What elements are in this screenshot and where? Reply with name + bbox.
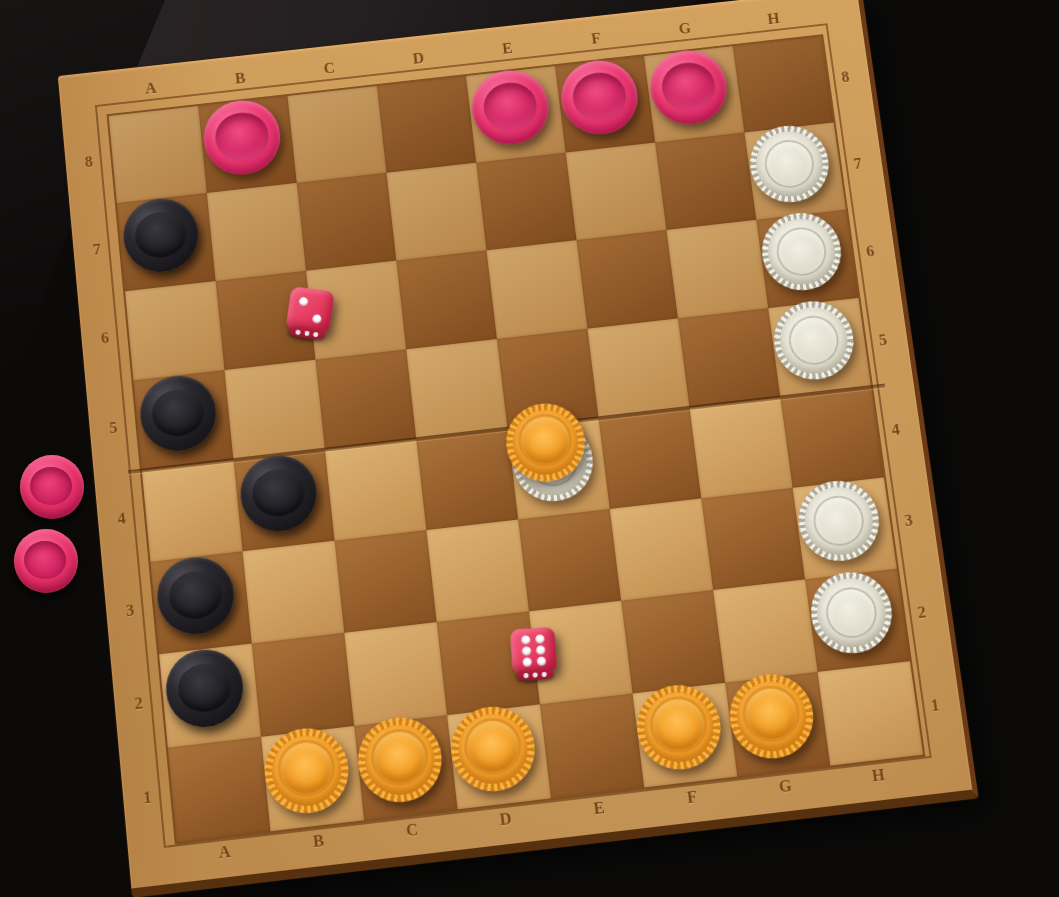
square-g5[interactable] bbox=[678, 308, 780, 408]
square-b8[interactable] bbox=[198, 96, 297, 193]
rank-label-2: 2 bbox=[111, 654, 168, 753]
offboard-pink-checker-1[interactable] bbox=[20, 455, 84, 519]
square-d8[interactable] bbox=[377, 76, 476, 173]
square-d2[interactable] bbox=[437, 611, 540, 715]
square-b2[interactable] bbox=[252, 633, 354, 737]
rank-label-5: 5 bbox=[86, 380, 142, 476]
square-f5[interactable] bbox=[587, 318, 689, 418]
square-a3[interactable] bbox=[150, 551, 251, 654]
square-h1[interactable] bbox=[818, 661, 924, 765]
square-d1[interactable] bbox=[447, 704, 551, 809]
rank-label-3: 3 bbox=[102, 562, 159, 660]
square-a4[interactable] bbox=[142, 460, 243, 562]
square-c6[interactable] bbox=[306, 261, 406, 360]
square-e2[interactable] bbox=[529, 601, 633, 705]
square-h3[interactable] bbox=[793, 477, 897, 579]
rank-label-4: 4 bbox=[94, 471, 150, 568]
square-c4[interactable] bbox=[325, 439, 426, 540]
board-grid bbox=[109, 36, 923, 842]
square-c7[interactable] bbox=[297, 173, 397, 271]
square-g1[interactable] bbox=[725, 672, 830, 777]
square-d4[interactable] bbox=[416, 429, 518, 530]
square-a2[interactable] bbox=[159, 644, 261, 748]
scene: ABCDEFGH ABCDEFGH 87654321 87654321 bbox=[0, 0, 1059, 897]
checker-white-h2[interactable] bbox=[806, 568, 897, 658]
checker-black-a5[interactable] bbox=[137, 372, 220, 455]
square-g7[interactable] bbox=[655, 132, 756, 229]
square-c3[interactable] bbox=[335, 530, 437, 633]
square-d3[interactable] bbox=[426, 520, 529, 623]
checker-orange-f1[interactable] bbox=[632, 681, 725, 774]
square-b1[interactable] bbox=[261, 726, 364, 831]
square-e8[interactable] bbox=[466, 66, 566, 163]
square-d5[interactable] bbox=[406, 339, 507, 439]
rank-label-6: 6 bbox=[78, 291, 134, 386]
square-d7[interactable] bbox=[387, 163, 487, 261]
offboard-pink-checker-2[interactable] bbox=[14, 529, 78, 593]
square-d6[interactable] bbox=[396, 250, 497, 349]
square-a7[interactable] bbox=[117, 193, 216, 291]
checker-white-h7[interactable] bbox=[745, 122, 833, 207]
square-f1[interactable] bbox=[633, 683, 738, 788]
square-b6[interactable] bbox=[216, 271, 316, 370]
square-c2[interactable] bbox=[344, 622, 447, 726]
board-surface: ABCDEFGH ABCDEFGH 87654321 87654321 bbox=[58, 0, 979, 897]
rank-label-1: 1 bbox=[119, 748, 177, 848]
square-f2[interactable] bbox=[621, 590, 725, 693]
square-g6[interactable] bbox=[666, 220, 768, 319]
rank-label-8: 8 bbox=[62, 116, 117, 208]
checker-white-h5[interactable] bbox=[769, 297, 858, 384]
square-g2[interactable] bbox=[713, 579, 817, 682]
checker-orange-b1[interactable] bbox=[261, 724, 353, 818]
square-b4[interactable] bbox=[233, 450, 334, 552]
square-g3[interactable] bbox=[701, 488, 805, 590]
square-f3[interactable] bbox=[610, 498, 713, 600]
square-a8[interactable] bbox=[109, 106, 207, 203]
square-c1[interactable] bbox=[354, 715, 457, 820]
checker-pink-f8[interactable] bbox=[557, 57, 642, 139]
square-f4[interactable] bbox=[599, 408, 702, 509]
game-board: ABCDEFGH ABCDEFGH 87654321 87654321 bbox=[58, 0, 980, 897]
checker-orange-c1[interactable] bbox=[354, 713, 446, 807]
checker-white-h6[interactable] bbox=[757, 209, 846, 295]
checker-pink-e8[interactable] bbox=[468, 67, 552, 149]
checker-black-a3[interactable] bbox=[154, 553, 238, 638]
checker-orange-d1[interactable] bbox=[447, 702, 540, 796]
square-h7[interactable] bbox=[744, 122, 846, 219]
square-b7[interactable] bbox=[207, 183, 306, 281]
square-c5[interactable] bbox=[315, 349, 416, 449]
square-b5[interactable] bbox=[224, 360, 324, 460]
checker-pink-b8[interactable] bbox=[200, 96, 284, 178]
square-h4[interactable] bbox=[780, 387, 884, 488]
square-g4[interactable] bbox=[690, 397, 793, 498]
square-f8[interactable] bbox=[555, 56, 655, 153]
square-h5[interactable] bbox=[768, 298, 871, 398]
square-g8[interactable] bbox=[644, 46, 745, 142]
square-f6[interactable] bbox=[577, 230, 678, 329]
square-e7[interactable] bbox=[476, 153, 576, 251]
checker-black-b4[interactable] bbox=[237, 451, 320, 535]
square-e1[interactable] bbox=[540, 694, 644, 799]
square-a5[interactable] bbox=[133, 370, 233, 471]
square-e3[interactable] bbox=[518, 509, 621, 611]
square-h8[interactable] bbox=[733, 36, 834, 132]
square-b3[interactable] bbox=[243, 541, 345, 644]
square-e4[interactable] bbox=[507, 418, 609, 519]
square-c8[interactable] bbox=[288, 86, 387, 183]
checker-white-h3[interactable] bbox=[794, 477, 885, 566]
square-a1[interactable] bbox=[168, 737, 271, 842]
checker-pink-g8[interactable] bbox=[646, 47, 731, 129]
checker-orange-g1[interactable] bbox=[725, 670, 819, 763]
square-a6[interactable] bbox=[125, 281, 224, 380]
checker-black-a2[interactable] bbox=[163, 645, 247, 731]
rank-label-7: 7 bbox=[70, 203, 125, 296]
square-h6[interactable] bbox=[756, 210, 858, 308]
checker-black-a7[interactable] bbox=[120, 195, 202, 276]
square-h2[interactable] bbox=[805, 569, 910, 672]
square-f7[interactable] bbox=[566, 143, 667, 241]
square-e6[interactable] bbox=[486, 240, 587, 339]
